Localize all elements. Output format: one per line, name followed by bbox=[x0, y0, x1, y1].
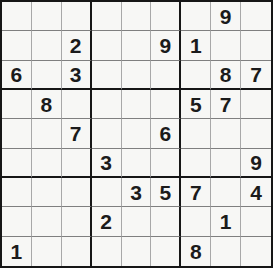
cell-r6c1[interactable] bbox=[2, 149, 32, 178]
cell-r5c3[interactable]: 7 bbox=[62, 119, 92, 148]
cell-r5c6[interactable]: 6 bbox=[151, 119, 181, 148]
cell-r7c1[interactable] bbox=[2, 178, 32, 207]
cell-r4c6[interactable] bbox=[151, 90, 181, 119]
cell-r4c7[interactable]: 5 bbox=[181, 90, 211, 119]
cell-r8c1[interactable] bbox=[2, 207, 32, 236]
cell-r3c4[interactable] bbox=[92, 61, 122, 90]
cell-r4c3[interactable] bbox=[62, 90, 92, 119]
cell-r3c3[interactable]: 3 bbox=[62, 61, 92, 90]
cell-r6c7[interactable] bbox=[181, 149, 211, 178]
cell-r3c8[interactable]: 8 bbox=[211, 61, 241, 90]
cell-r2c9[interactable] bbox=[241, 31, 271, 60]
sudoku-page: 92916387857763935742118 bbox=[0, 0, 273, 274]
cell-r9c5[interactable] bbox=[122, 237, 152, 266]
cell-r9c4[interactable] bbox=[92, 237, 122, 266]
cell-r7c6[interactable]: 5 bbox=[151, 178, 181, 207]
cell-r5c1[interactable] bbox=[2, 119, 32, 148]
cell-r3c9[interactable]: 7 bbox=[241, 61, 271, 90]
cell-r6c4[interactable]: 3 bbox=[92, 149, 122, 178]
cell-r2c1[interactable] bbox=[2, 31, 32, 60]
cell-r3c7[interactable] bbox=[181, 61, 211, 90]
cell-r3c1[interactable]: 6 bbox=[2, 61, 32, 90]
cell-r6c2[interactable] bbox=[32, 149, 62, 178]
cell-r4c8[interactable]: 7 bbox=[211, 90, 241, 119]
sudoku-board: 92916387857763935742118 bbox=[0, 0, 273, 268]
cell-r5c9[interactable] bbox=[241, 119, 271, 148]
cell-r1c7[interactable] bbox=[181, 2, 211, 31]
cell-r8c3[interactable] bbox=[62, 207, 92, 236]
cell-r7c5[interactable]: 3 bbox=[122, 178, 152, 207]
cell-r8c9[interactable] bbox=[241, 207, 271, 236]
cell-r1c9[interactable] bbox=[241, 2, 271, 31]
cell-r7c2[interactable] bbox=[32, 178, 62, 207]
cell-r1c8[interactable]: 9 bbox=[211, 2, 241, 31]
cell-r6c6[interactable] bbox=[151, 149, 181, 178]
cell-r9c6[interactable] bbox=[151, 237, 181, 266]
cell-r9c9[interactable] bbox=[241, 237, 271, 266]
cell-r4c9[interactable] bbox=[241, 90, 271, 119]
cell-r4c4[interactable] bbox=[92, 90, 122, 119]
cell-r3c6[interactable] bbox=[151, 61, 181, 90]
cell-r1c2[interactable] bbox=[32, 2, 62, 31]
cell-r8c5[interactable] bbox=[122, 207, 152, 236]
cell-r1c4[interactable] bbox=[92, 2, 122, 31]
cell-r5c7[interactable] bbox=[181, 119, 211, 148]
cell-r2c7[interactable]: 1 bbox=[181, 31, 211, 60]
cell-r6c9[interactable]: 9 bbox=[241, 149, 271, 178]
cell-r8c4[interactable]: 2 bbox=[92, 207, 122, 236]
cell-r9c8[interactable] bbox=[211, 237, 241, 266]
cell-r7c8[interactable] bbox=[211, 178, 241, 207]
cell-r7c3[interactable] bbox=[62, 178, 92, 207]
cell-r1c5[interactable] bbox=[122, 2, 152, 31]
cell-r5c4[interactable] bbox=[92, 119, 122, 148]
cell-r2c8[interactable] bbox=[211, 31, 241, 60]
cell-r2c3[interactable]: 2 bbox=[62, 31, 92, 60]
cell-r5c5[interactable] bbox=[122, 119, 152, 148]
cell-r4c1[interactable] bbox=[2, 90, 32, 119]
cell-r4c2[interactable]: 8 bbox=[32, 90, 62, 119]
cell-r8c8[interactable]: 1 bbox=[211, 207, 241, 236]
cell-r7c7[interactable]: 7 bbox=[181, 178, 211, 207]
cell-r1c6[interactable] bbox=[151, 2, 181, 31]
cell-r7c9[interactable]: 4 bbox=[241, 178, 271, 207]
cell-r4c5[interactable] bbox=[122, 90, 152, 119]
cell-r5c8[interactable] bbox=[211, 119, 241, 148]
cell-r1c3[interactable] bbox=[62, 2, 92, 31]
cell-r8c2[interactable] bbox=[32, 207, 62, 236]
cell-r6c3[interactable] bbox=[62, 149, 92, 178]
cell-r9c1[interactable]: 1 bbox=[2, 237, 32, 266]
cell-r3c2[interactable] bbox=[32, 61, 62, 90]
cell-r7c4[interactable] bbox=[92, 178, 122, 207]
cell-r2c4[interactable] bbox=[92, 31, 122, 60]
cell-r6c8[interactable] bbox=[211, 149, 241, 178]
cell-r8c7[interactable] bbox=[181, 207, 211, 236]
cell-r9c7[interactable]: 8 bbox=[181, 237, 211, 266]
cell-r2c6[interactable]: 9 bbox=[151, 31, 181, 60]
cell-r2c2[interactable] bbox=[32, 31, 62, 60]
cell-r9c3[interactable] bbox=[62, 237, 92, 266]
cell-r2c5[interactable] bbox=[122, 31, 152, 60]
cell-r1c1[interactable] bbox=[2, 2, 32, 31]
cell-r8c6[interactable] bbox=[151, 207, 181, 236]
cell-r6c5[interactable] bbox=[122, 149, 152, 178]
cell-r3c5[interactable] bbox=[122, 61, 152, 90]
cell-r5c2[interactable] bbox=[32, 119, 62, 148]
cell-r9c2[interactable] bbox=[32, 237, 62, 266]
